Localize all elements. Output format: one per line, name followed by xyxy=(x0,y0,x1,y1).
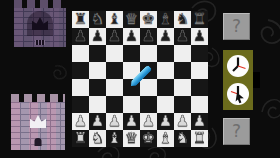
piece-white-knight: ♞ xyxy=(176,130,189,147)
castle-battlements xyxy=(11,94,65,102)
piece-white-knight: ♞ xyxy=(91,130,104,147)
piece-white-pawn: ♟ xyxy=(91,113,104,130)
square-h5[interactable] xyxy=(191,62,208,79)
castle-battlements xyxy=(14,0,66,8)
square-b5[interactable] xyxy=(89,62,106,79)
piece-white-bishop: ♝ xyxy=(159,130,172,147)
help-button-top[interactable]: ? xyxy=(223,13,250,40)
square-f8[interactable]: ♝ xyxy=(157,11,174,28)
piece-black-pawn: ♟ xyxy=(142,28,155,45)
square-f2[interactable]: ♟ xyxy=(157,113,174,130)
help-button-bottom[interactable]: ? xyxy=(223,118,250,145)
square-d8[interactable]: ♛ xyxy=(123,11,140,28)
square-b6[interactable] xyxy=(89,45,106,62)
piece-white-rook: ♜ xyxy=(193,130,206,147)
square-b1[interactable]: ♞ xyxy=(89,130,106,147)
piece-black-pawn: ♟ xyxy=(125,28,138,45)
square-g4[interactable] xyxy=(174,79,191,96)
piece-black-pawn: ♟ xyxy=(159,28,172,45)
castle-gate xyxy=(35,138,42,146)
piece-black-pawn: ♟ xyxy=(108,28,121,45)
piece-white-pawn: ♟ xyxy=(193,113,206,130)
square-b3[interactable] xyxy=(89,96,106,113)
square-a8[interactable]: ♜ xyxy=(72,11,89,28)
square-c4[interactable] xyxy=(106,79,123,96)
square-c1[interactable]: ♝ xyxy=(106,130,123,147)
white-crown-icon xyxy=(30,115,46,128)
piece-white-king: ♚ xyxy=(142,130,155,147)
piece-white-pawn: ♟ xyxy=(108,113,121,130)
square-c5[interactable] xyxy=(106,62,123,79)
square-h6[interactable] xyxy=(191,45,208,62)
square-e2[interactable]: ♟ xyxy=(140,113,157,130)
piece-black-pawn: ♟ xyxy=(74,28,87,45)
piece-white-bishop: ♝ xyxy=(108,130,121,147)
square-f6[interactable] xyxy=(157,45,174,62)
piece-white-rook: ♜ xyxy=(74,130,87,147)
square-g8[interactable]: ♞ xyxy=(174,11,191,28)
square-e8[interactable]: ♚ xyxy=(140,11,157,28)
square-h8[interactable]: ♜ xyxy=(191,11,208,28)
player-avatar-black xyxy=(14,0,66,47)
square-f3[interactable] xyxy=(157,96,174,113)
square-e6[interactable] xyxy=(140,45,157,62)
piece-black-knight: ♞ xyxy=(91,11,104,28)
piece-black-rook: ♜ xyxy=(74,11,87,28)
piece-black-king: ♚ xyxy=(142,11,155,28)
square-b4[interactable] xyxy=(89,79,106,96)
piece-black-pawn: ♟ xyxy=(176,28,189,45)
square-h7[interactable]: ♟ xyxy=(191,28,208,45)
turn-indicator-tab xyxy=(253,72,260,88)
pen-cursor-icon xyxy=(128,65,153,88)
piece-black-bishop: ♝ xyxy=(108,11,121,28)
piece-white-pawn: ♟ xyxy=(142,113,155,130)
square-g7[interactable]: ♟ xyxy=(174,28,191,45)
square-g1[interactable]: ♞ xyxy=(174,130,191,147)
square-a7[interactable]: ♟ xyxy=(72,28,89,45)
square-c3[interactable] xyxy=(106,96,123,113)
square-d3[interactable] xyxy=(123,96,140,113)
square-e7[interactable]: ♟ xyxy=(140,28,157,45)
square-b8[interactable]: ♞ xyxy=(89,11,106,28)
player-avatar-white xyxy=(11,94,65,150)
square-c6[interactable] xyxy=(106,45,123,62)
piece-white-pawn: ♟ xyxy=(125,113,138,130)
castle-wall xyxy=(14,8,66,47)
castle-wall xyxy=(11,102,65,150)
square-a4[interactable] xyxy=(72,79,89,96)
cursor-clock-icon xyxy=(226,82,250,106)
square-e1[interactable]: ♚ xyxy=(140,130,157,147)
square-g2[interactable]: ♟ xyxy=(174,113,191,130)
square-d7[interactable]: ♟ xyxy=(123,28,140,45)
square-h3[interactable] xyxy=(191,96,208,113)
square-a3[interactable] xyxy=(72,96,89,113)
square-d1[interactable]: ♛ xyxy=(123,130,140,147)
piece-black-pawn: ♟ xyxy=(193,28,206,45)
square-e3[interactable] xyxy=(140,96,157,113)
square-d6[interactable] xyxy=(123,45,140,62)
piece-black-queen: ♛ xyxy=(125,11,138,28)
square-d2[interactable]: ♟ xyxy=(123,113,140,130)
clock-icon xyxy=(226,54,250,78)
square-g6[interactable] xyxy=(174,45,191,62)
square-c8[interactable]: ♝ xyxy=(106,11,123,28)
square-f4[interactable] xyxy=(157,79,174,96)
square-f1[interactable]: ♝ xyxy=(157,130,174,147)
chess-clock-panel[interactable] xyxy=(223,50,253,110)
castle-gate xyxy=(35,40,45,45)
square-h2[interactable]: ♟ xyxy=(191,113,208,130)
square-a5[interactable] xyxy=(72,62,89,79)
piece-white-pawn: ♟ xyxy=(159,113,172,130)
square-c7[interactable]: ♟ xyxy=(106,28,123,45)
square-g5[interactable] xyxy=(174,62,191,79)
square-b2[interactable]: ♟ xyxy=(89,113,106,130)
square-h4[interactable] xyxy=(191,79,208,96)
square-a6[interactable] xyxy=(72,45,89,62)
piece-white-pawn: ♟ xyxy=(74,113,87,130)
piece-black-bishop: ♝ xyxy=(159,11,172,28)
square-c2[interactable]: ♟ xyxy=(106,113,123,130)
square-g3[interactable] xyxy=(174,96,191,113)
square-h1[interactable]: ♜ xyxy=(191,130,208,147)
piece-black-knight: ♞ xyxy=(176,11,189,28)
square-a2[interactable]: ♟ xyxy=(72,113,89,130)
square-b7[interactable]: ♟ xyxy=(89,28,106,45)
piece-black-rook: ♜ xyxy=(193,11,206,28)
piece-white-pawn: ♟ xyxy=(176,113,189,130)
square-f5[interactable] xyxy=(157,62,174,79)
square-a1[interactable]: ♜ xyxy=(72,130,89,147)
piece-black-pawn: ♟ xyxy=(91,28,104,45)
square-f7[interactable]: ♟ xyxy=(157,28,174,45)
piece-white-queen: ♛ xyxy=(125,130,138,147)
